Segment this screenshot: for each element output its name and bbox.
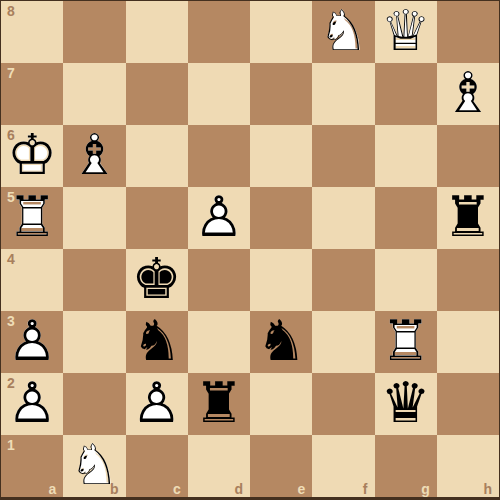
- piece-white-pawn[interactable]: ♟♙: [126, 373, 188, 435]
- piece-white-knight[interactable]: ♞♘: [63, 435, 125, 497]
- rank-label-7: 7: [7, 65, 15, 81]
- white-bishop-glyph-outline: ♗: [443, 65, 493, 121]
- square-f2[interactable]: [312, 373, 374, 435]
- piece-white-king[interactable]: ♚♔: [1, 125, 63, 187]
- piece-black-knight[interactable]: ♞: [250, 311, 312, 373]
- square-d7[interactable]: [188, 63, 250, 125]
- square-b1[interactable]: b♞♘: [63, 435, 125, 497]
- square-b2[interactable]: [63, 373, 125, 435]
- piece-black-queen[interactable]: ♛: [375, 373, 437, 435]
- square-b3[interactable]: [63, 311, 125, 373]
- piece-white-pawn[interactable]: ♟♙: [1, 311, 63, 373]
- square-c8[interactable]: [126, 1, 188, 63]
- square-c5[interactable]: [126, 187, 188, 249]
- square-e1[interactable]: e: [250, 435, 312, 497]
- white-knight-glyph-outline: ♘: [318, 3, 368, 59]
- square-a6[interactable]: 6♚♔: [1, 125, 63, 187]
- square-h4[interactable]: [437, 249, 499, 311]
- black-rook-glyph-fill: ♜: [443, 189, 493, 245]
- white-pawn-glyph-outline: ♙: [7, 375, 57, 431]
- rank-label-8: 8: [7, 3, 15, 19]
- square-a4[interactable]: 4: [1, 249, 63, 311]
- square-h5[interactable]: ♜: [437, 187, 499, 249]
- square-b5[interactable]: [63, 187, 125, 249]
- square-a2[interactable]: 2♟♙: [1, 373, 63, 435]
- square-h7[interactable]: ♝♗: [437, 63, 499, 125]
- white-knight-glyph-outline: ♘: [69, 437, 119, 493]
- square-h2[interactable]: [437, 373, 499, 435]
- piece-white-pawn[interactable]: ♟♙: [1, 373, 63, 435]
- square-a1[interactable]: 1a: [1, 435, 63, 497]
- white-pawn-glyph-outline: ♙: [132, 375, 182, 431]
- square-f3[interactable]: [312, 311, 374, 373]
- square-d6[interactable]: [188, 125, 250, 187]
- square-d3[interactable]: [188, 311, 250, 373]
- square-g3[interactable]: ♜♖: [375, 311, 437, 373]
- square-c3[interactable]: ♞: [126, 311, 188, 373]
- file-label-g: g: [421, 481, 430, 497]
- file-label-d: d: [234, 481, 243, 497]
- white-bishop-glyph-outline: ♗: [69, 127, 119, 183]
- black-knight-glyph-fill: ♞: [256, 313, 306, 369]
- square-c1[interactable]: c: [126, 435, 188, 497]
- square-a7[interactable]: 7: [1, 63, 63, 125]
- black-king-glyph-fill: ♚: [132, 251, 182, 307]
- square-c2[interactable]: ♟♙: [126, 373, 188, 435]
- piece-black-rook[interactable]: ♜: [188, 373, 250, 435]
- square-g2[interactable]: ♛: [375, 373, 437, 435]
- black-knight-glyph-fill: ♞: [132, 313, 182, 369]
- square-c7[interactable]: [126, 63, 188, 125]
- square-f4[interactable]: [312, 249, 374, 311]
- white-rook-glyph-outline: ♖: [381, 313, 431, 369]
- file-label-c: c: [173, 481, 181, 497]
- square-g8[interactable]: ♛♕: [375, 1, 437, 63]
- piece-white-rook[interactable]: ♜♖: [375, 311, 437, 373]
- square-c6[interactable]: [126, 125, 188, 187]
- white-rook-glyph-outline: ♖: [7, 189, 57, 245]
- file-label-f: f: [363, 481, 368, 497]
- square-g5[interactable]: [375, 187, 437, 249]
- white-pawn-glyph-outline: ♙: [7, 313, 57, 369]
- white-pawn-glyph-outline: ♙: [194, 189, 244, 245]
- square-e6[interactable]: [250, 125, 312, 187]
- square-d5[interactable]: ♟♙: [188, 187, 250, 249]
- square-f5[interactable]: [312, 187, 374, 249]
- square-d8[interactable]: [188, 1, 250, 63]
- piece-black-knight[interactable]: ♞: [126, 311, 188, 373]
- file-label-e: e: [297, 481, 305, 497]
- square-f1[interactable]: f: [312, 435, 374, 497]
- square-h3[interactable]: [437, 311, 499, 373]
- square-b7[interactable]: [63, 63, 125, 125]
- square-h1[interactable]: h: [437, 435, 499, 497]
- square-f6[interactable]: [312, 125, 374, 187]
- piece-white-queen[interactable]: ♛♕: [375, 1, 437, 63]
- piece-white-rook[interactable]: ♜♖: [1, 187, 63, 249]
- square-e5[interactable]: [250, 187, 312, 249]
- white-queen-glyph-outline: ♕: [381, 3, 431, 59]
- file-label-h: h: [483, 481, 492, 497]
- piece-white-bishop[interactable]: ♝♗: [437, 63, 499, 125]
- square-e3[interactable]: ♞: [250, 311, 312, 373]
- square-g7[interactable]: [375, 63, 437, 125]
- square-a5[interactable]: 5♜♖: [1, 187, 63, 249]
- square-d4[interactable]: [188, 249, 250, 311]
- square-g4[interactable]: [375, 249, 437, 311]
- square-e4[interactable]: [250, 249, 312, 311]
- square-a8[interactable]: 8: [1, 1, 63, 63]
- chess-board: 8♞♘♛♕7♝♗6♚♔♝♗5♜♖♟♙♜4♚3♟♙♞♞♜♖2♟♙♟♙♜♛1ab♞♘…: [0, 0, 500, 500]
- piece-white-bishop[interactable]: ♝♗: [63, 125, 125, 187]
- square-g6[interactable]: [375, 125, 437, 187]
- piece-white-pawn[interactable]: ♟♙: [188, 187, 250, 249]
- piece-white-knight[interactable]: ♞♘: [312, 1, 374, 63]
- rank-label-1: 1: [7, 437, 15, 453]
- square-b8[interactable]: [63, 1, 125, 63]
- square-h8[interactable]: [437, 1, 499, 63]
- square-d1[interactable]: d: [188, 435, 250, 497]
- piece-black-rook[interactable]: ♜: [437, 187, 499, 249]
- square-b4[interactable]: [63, 249, 125, 311]
- square-a3[interactable]: 3♟♙: [1, 311, 63, 373]
- square-f7[interactable]: [312, 63, 374, 125]
- square-f8[interactable]: ♞♘: [312, 1, 374, 63]
- square-b6[interactable]: ♝♗: [63, 125, 125, 187]
- file-label-a: a: [48, 481, 56, 497]
- piece-black-king[interactable]: ♚: [126, 249, 188, 311]
- square-e7[interactable]: [250, 63, 312, 125]
- square-g1[interactable]: g: [375, 435, 437, 497]
- square-e2[interactable]: [250, 373, 312, 435]
- white-king-glyph-outline: ♔: [7, 127, 57, 183]
- square-c4[interactable]: ♚: [126, 249, 188, 311]
- square-d2[interactable]: ♜: [188, 373, 250, 435]
- square-e8[interactable]: [250, 1, 312, 63]
- square-h6[interactable]: [437, 125, 499, 187]
- black-queen-glyph-fill: ♛: [381, 375, 431, 431]
- black-rook-glyph-fill: ♜: [194, 375, 244, 431]
- rank-label-4: 4: [7, 251, 15, 267]
